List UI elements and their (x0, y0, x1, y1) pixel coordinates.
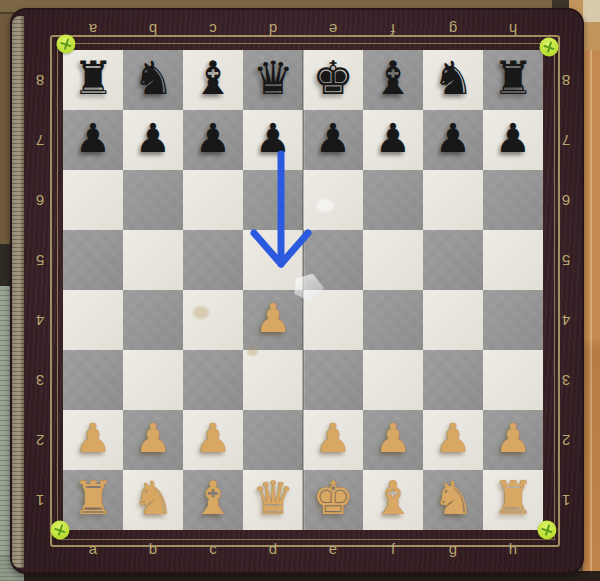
square-c6[interactable] (183, 170, 243, 230)
square-c8[interactable]: ♝ (183, 50, 243, 110)
square-a2[interactable]: ♟ (63, 410, 123, 470)
black-knight-b8[interactable]: ♞ (132, 48, 173, 108)
square-c1[interactable]: ♝ (183, 470, 243, 530)
square-h8[interactable]: ♜ (483, 50, 543, 110)
black-pawn-f7[interactable]: ♟ (375, 108, 411, 168)
square-h6[interactable] (483, 170, 543, 230)
square-b7[interactable]: ♟ (123, 110, 183, 170)
square-d4[interactable]: ♟ (243, 290, 303, 350)
file-label-top-h: h (503, 21, 523, 37)
black-pawn-c7[interactable]: ♟ (195, 108, 231, 168)
file-label-top-e: e (323, 21, 343, 37)
rank-label-right-2: 2 (556, 432, 576, 448)
black-pawn-d7[interactable]: ♟ (255, 108, 291, 168)
white-bishop-f1[interactable]: ♝ (372, 468, 413, 528)
black-rook-h8[interactable]: ♜ (492, 48, 533, 108)
square-g4[interactable] (423, 290, 483, 350)
file-label-bottom-a: a (83, 541, 103, 557)
white-pawn-c2[interactable]: ♟ (195, 408, 231, 468)
file-label-bottom-h: h (503, 541, 523, 557)
board-frame-left-edge (12, 16, 24, 568)
file-label-bottom-b: b (143, 541, 163, 557)
black-knight-g8[interactable]: ♞ (432, 48, 473, 108)
black-king-e8[interactable]: ♚ (312, 48, 353, 108)
square-g8[interactable]: ♞ (423, 50, 483, 110)
rank-label-left-7: 7 (30, 132, 50, 148)
black-pawn-h7[interactable]: ♟ (495, 108, 531, 168)
black-pawn-e7[interactable]: ♟ (315, 108, 351, 168)
square-f6[interactable] (363, 170, 423, 230)
file-label-bottom-e: e (323, 541, 343, 557)
rank-label-right-8: 8 (556, 72, 576, 88)
white-pawn-h2[interactable]: ♟ (495, 408, 531, 468)
file-label-bottom-c: c (203, 541, 223, 557)
rank-label-right-4: 4 (556, 312, 576, 328)
square-a5[interactable] (63, 230, 123, 290)
square-h3[interactable] (483, 350, 543, 410)
square-f2[interactable]: ♟ (363, 410, 423, 470)
square-h7[interactable]: ♟ (483, 110, 543, 170)
square-f8[interactable]: ♝ (363, 50, 423, 110)
file-label-bottom-d: d (263, 541, 283, 557)
stain (247, 347, 258, 356)
square-b4[interactable] (123, 290, 183, 350)
black-pawn-b7[interactable]: ♟ (135, 108, 171, 168)
square-c7[interactable]: ♟ (183, 110, 243, 170)
square-f7[interactable]: ♟ (363, 110, 423, 170)
square-f5[interactable] (363, 230, 423, 290)
square-d6[interactable] (243, 170, 303, 230)
rank-label-left-8: 8 (30, 72, 50, 88)
square-b6[interactable] (123, 170, 183, 230)
rank-label-left-5: 5 (30, 252, 50, 268)
square-f4[interactable] (363, 290, 423, 350)
file-label-bottom-g: g (443, 541, 463, 557)
white-pawn-e2[interactable]: ♟ (315, 408, 351, 468)
square-h2[interactable]: ♟ (483, 410, 543, 470)
stain (193, 306, 209, 319)
square-a8[interactable]: ♜ (63, 50, 123, 110)
square-h5[interactable] (483, 230, 543, 290)
square-h4[interactable] (483, 290, 543, 350)
white-pawn-a2[interactable]: ♟ (75, 408, 111, 468)
square-b1[interactable]: ♞ (123, 470, 183, 530)
black-pawn-g7[interactable]: ♟ (435, 108, 471, 168)
background-object-left-dark (0, 244, 10, 290)
square-e8[interactable]: ♚ (303, 50, 363, 110)
black-pawn-a7[interactable]: ♟ (75, 108, 111, 168)
square-g5[interactable] (423, 230, 483, 290)
rank-label-left-1: 1 (30, 492, 50, 508)
black-bishop-c8[interactable]: ♝ (192, 48, 233, 108)
black-bishop-f8[interactable]: ♝ (372, 48, 413, 108)
square-d7[interactable]: ♟ (243, 110, 303, 170)
square-g2[interactable]: ♟ (423, 410, 483, 470)
white-pawn-g2[interactable]: ♟ (435, 408, 471, 468)
square-g1[interactable]: ♞ (423, 470, 483, 530)
rank-label-right-7: 7 (556, 132, 576, 148)
black-queen-d8[interactable]: ♛ (252, 48, 293, 108)
square-c3[interactable] (183, 350, 243, 410)
square-a7[interactable]: ♟ (63, 110, 123, 170)
chessboard-photo: aabbccddeeffgghh8877665544332211 ♜♞♝♛♚♝♞… (0, 0, 600, 581)
square-d3[interactable] (243, 350, 303, 410)
square-e7[interactable]: ♟ (303, 110, 363, 170)
stain (316, 199, 334, 212)
square-b3[interactable] (123, 350, 183, 410)
square-e3[interactable] (303, 350, 363, 410)
rank-label-left-3: 3 (30, 372, 50, 388)
square-b2[interactable]: ♟ (123, 410, 183, 470)
square-a6[interactable] (63, 170, 123, 230)
rank-label-right-3: 3 (556, 372, 576, 388)
square-g7[interactable]: ♟ (423, 110, 483, 170)
square-b5[interactable] (123, 230, 183, 290)
square-e2[interactable]: ♟ (303, 410, 363, 470)
square-c2[interactable]: ♟ (183, 410, 243, 470)
square-a4[interactable] (63, 290, 123, 350)
white-king-e1[interactable]: ♚ (312, 468, 353, 528)
white-queen-d1[interactable]: ♛ (252, 468, 293, 528)
square-d5[interactable] (243, 230, 303, 290)
file-label-top-f: f (383, 21, 403, 37)
square-b8[interactable]: ♞ (123, 50, 183, 110)
square-a1[interactable]: ♜ (63, 470, 123, 530)
white-rook-h1[interactable]: ♜ (492, 468, 533, 528)
square-f3[interactable] (363, 350, 423, 410)
rank-label-left-4: 4 (30, 312, 50, 328)
white-pawn-f2[interactable]: ♟ (375, 408, 411, 468)
file-label-top-c: c (203, 21, 223, 37)
square-d8[interactable]: ♛ (243, 50, 303, 110)
square-e1[interactable]: ♚ (303, 470, 363, 530)
white-pawn-d4[interactable]: ♟ (255, 288, 291, 348)
white-bishop-c1[interactable]: ♝ (192, 468, 233, 528)
rank-label-right-1: 1 (556, 492, 576, 508)
file-label-top-d: d (263, 21, 283, 37)
file-label-top-a: a (83, 21, 103, 37)
rank-label-left-6: 6 (30, 192, 50, 208)
file-label-top-g: g (443, 21, 463, 37)
file-label-bottom-f: f (383, 541, 403, 557)
rank-label-right-5: 5 (556, 252, 576, 268)
file-label-top-b: b (143, 21, 163, 37)
square-d1[interactable]: ♛ (243, 470, 303, 530)
white-knight-g1[interactable]: ♞ (432, 468, 473, 528)
square-c5[interactable] (183, 230, 243, 290)
square-g6[interactable] (423, 170, 483, 230)
white-pawn-b2[interactable]: ♟ (135, 408, 171, 468)
black-rook-a8[interactable]: ♜ (72, 48, 113, 108)
background-object-topright-light (583, 0, 600, 22)
square-h1[interactable]: ♜ (483, 470, 543, 530)
square-e6[interactable] (303, 170, 363, 230)
white-rook-a1[interactable]: ♜ (72, 468, 113, 528)
square-e4[interactable] (303, 290, 363, 350)
square-c4[interactable] (183, 290, 243, 350)
square-a3[interactable] (63, 350, 123, 410)
rank-label-right-6: 6 (556, 192, 576, 208)
square-d2[interactable] (243, 410, 303, 470)
square-f1[interactable]: ♝ (363, 470, 423, 530)
background-table-seam (590, 0, 592, 581)
square-g3[interactable] (423, 350, 483, 410)
rank-label-left-2: 2 (30, 432, 50, 448)
white-knight-b1[interactable]: ♞ (132, 468, 173, 528)
